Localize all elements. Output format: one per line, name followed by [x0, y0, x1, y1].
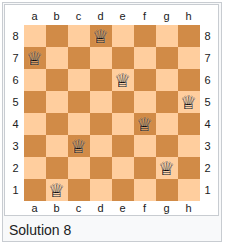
square-d6 — [90, 69, 112, 91]
square-c8 — [68, 25, 90, 47]
square-g6 — [156, 69, 178, 91]
square-h2 — [178, 157, 200, 179]
square-d3 — [90, 135, 112, 157]
square-c6 — [68, 69, 90, 91]
coord-label-d-bottom: d — [90, 201, 112, 215]
coord-label-6-right: 6 — [200, 69, 216, 91]
coord-corner — [200, 5, 216, 25]
gallery-box: abcdefgh8♕87♕76♕65♕54♕43♕32♕21♕1abcdefgh… — [2, 2, 222, 242]
coord-label-e-top: e — [112, 5, 134, 25]
white-queen-a7: ♕ — [24, 47, 46, 69]
square-c7 — [68, 47, 90, 69]
square-h3 — [178, 135, 200, 157]
coord-label-c-bottom: c — [68, 201, 90, 215]
square-a7: ♕ — [24, 47, 46, 69]
coord-label-b-bottom: b — [46, 201, 68, 215]
square-c1 — [68, 179, 90, 201]
chess-board: abcdefgh8♕87♕76♕65♕54♕43♕32♕21♕1abcdefgh — [8, 5, 216, 215]
square-g8 — [156, 25, 178, 47]
square-d8: ♕ — [90, 25, 112, 47]
square-h5: ♕ — [178, 91, 200, 113]
coord-label-5-left: 5 — [8, 91, 24, 113]
coord-label-f-top: f — [134, 5, 156, 25]
coord-label-g-top: g — [156, 5, 178, 25]
square-c4 — [68, 113, 90, 135]
coord-label-8-right: 8 — [200, 25, 216, 47]
coord-label-2-left: 2 — [8, 157, 24, 179]
square-f5 — [134, 91, 156, 113]
white-queen-d8: ♕ — [90, 25, 112, 47]
coord-label-a-bottom: a — [24, 201, 46, 215]
square-a4 — [24, 113, 46, 135]
square-b5 — [46, 91, 68, 113]
square-d1 — [90, 179, 112, 201]
coord-label-c-top: c — [68, 5, 90, 25]
white-queen-b1: ♕ — [46, 179, 68, 201]
square-b3 — [46, 135, 68, 157]
square-g7 — [156, 47, 178, 69]
coord-label-b-top: b — [46, 5, 68, 25]
square-e7 — [112, 47, 134, 69]
square-a8 — [24, 25, 46, 47]
square-e5 — [112, 91, 134, 113]
square-f4: ♕ — [134, 113, 156, 135]
square-c5 — [68, 91, 90, 113]
square-b4 — [46, 113, 68, 135]
white-queen-g2: ♕ — [156, 157, 178, 179]
white-queen-f4: ♕ — [134, 113, 156, 135]
coord-label-4-left: 4 — [8, 113, 24, 135]
white-queen-e6: ♕ — [112, 69, 134, 91]
coord-label-6-left: 6 — [8, 69, 24, 91]
coord-label-h-top: h — [178, 5, 200, 25]
square-c2 — [68, 157, 90, 179]
square-e2 — [112, 157, 134, 179]
coord-label-4-right: 4 — [200, 113, 216, 135]
square-a5 — [24, 91, 46, 113]
coord-label-a-top: a — [24, 5, 46, 25]
square-a2 — [24, 157, 46, 179]
coord-label-h-bottom: h — [178, 201, 200, 215]
square-b7 — [46, 47, 68, 69]
square-e1 — [112, 179, 134, 201]
coord-label-g-bottom: g — [156, 201, 178, 215]
square-g3 — [156, 135, 178, 157]
coord-label-5-right: 5 — [200, 91, 216, 113]
coord-label-e-bottom: e — [112, 201, 134, 215]
square-h1 — [178, 179, 200, 201]
chess-diagram-image[interactable]: abcdefgh8♕87♕76♕65♕54♕43♕32♕21♕1abcdefgh — [4, 4, 219, 216]
square-d5 — [90, 91, 112, 113]
square-a3 — [24, 135, 46, 157]
square-f6 — [134, 69, 156, 91]
coord-label-3-right: 3 — [200, 135, 216, 157]
square-g5 — [156, 91, 178, 113]
coord-label-2-right: 2 — [200, 157, 216, 179]
square-g2: ♕ — [156, 157, 178, 179]
square-h7 — [178, 47, 200, 69]
square-e6: ♕ — [112, 69, 134, 91]
coord-label-3-left: 3 — [8, 135, 24, 157]
coord-corner — [8, 201, 24, 215]
square-f2 — [134, 157, 156, 179]
square-a1 — [24, 179, 46, 201]
square-f8 — [134, 25, 156, 47]
square-e4 — [112, 113, 134, 135]
coord-label-f-bottom: f — [134, 201, 156, 215]
square-b2 — [46, 157, 68, 179]
coord-label-7-right: 7 — [200, 47, 216, 69]
coord-label-7-left: 7 — [8, 47, 24, 69]
square-g1 — [156, 179, 178, 201]
square-d4 — [90, 113, 112, 135]
square-b6 — [46, 69, 68, 91]
square-b8 — [46, 25, 68, 47]
square-h4 — [178, 113, 200, 135]
square-b1: ♕ — [46, 179, 68, 201]
coord-label-1-right: 1 — [200, 179, 216, 201]
square-h8 — [178, 25, 200, 47]
square-a6 — [24, 69, 46, 91]
coord-label-d-top: d — [90, 5, 112, 25]
square-e8 — [112, 25, 134, 47]
square-h6 — [178, 69, 200, 91]
square-c3: ♕ — [68, 135, 90, 157]
square-d7 — [90, 47, 112, 69]
square-f3 — [134, 135, 156, 157]
coord-label-1-left: 1 — [8, 179, 24, 201]
square-d2 — [90, 157, 112, 179]
coord-corner — [200, 201, 216, 215]
coord-corner — [8, 5, 24, 25]
square-f7 — [134, 47, 156, 69]
square-g4 — [156, 113, 178, 135]
white-queen-h5: ♕ — [178, 91, 200, 113]
white-queen-c3: ♕ — [68, 135, 90, 157]
square-e3 — [112, 135, 134, 157]
caption: Solution 8 — [3, 216, 221, 238]
square-f1 — [134, 179, 156, 201]
coord-label-8-left: 8 — [8, 25, 24, 47]
